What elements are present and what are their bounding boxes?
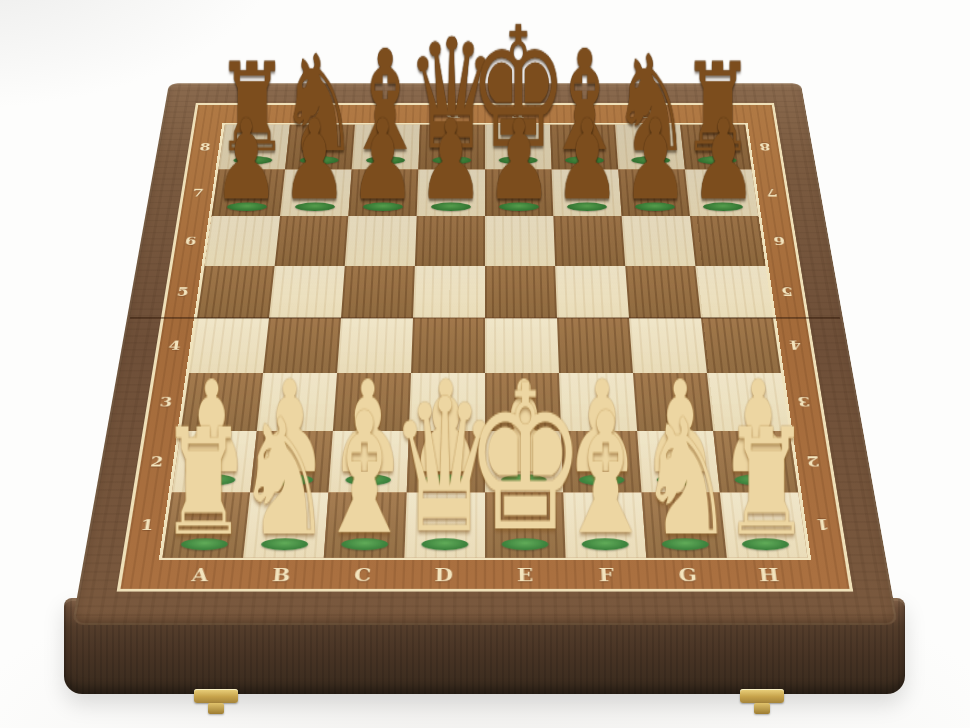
- square-e7[interactable]: ♟: [485, 169, 553, 216]
- square-a6[interactable]: [205, 216, 280, 265]
- piece-white-rook[interactable]: ♜: [722, 416, 810, 552]
- square-d6[interactable]: [415, 216, 485, 265]
- square-g7[interactable]: ♟: [618, 169, 690, 216]
- chess-box-photo: ABCDEFGH ABCDEFGH 87654321 87654321 ♜♞♝♛…: [0, 0, 970, 728]
- file-label-top-f: F: [549, 105, 615, 123]
- square-h7[interactable]: ♟: [685, 169, 758, 216]
- square-c7[interactable]: ♟: [348, 169, 418, 216]
- square-c6[interactable]: [345, 216, 417, 265]
- square-e1[interactable]: ♚: [485, 493, 566, 558]
- piece-black-pawn[interactable]: ♟: [554, 110, 620, 212]
- brass-latch-left: [194, 689, 238, 703]
- file-label-top-d: D: [420, 105, 485, 123]
- square-f7[interactable]: ♟: [552, 169, 622, 216]
- square-f6[interactable]: [553, 216, 625, 265]
- square-d7[interactable]: ♟: [417, 169, 485, 216]
- square-b1[interactable]: ♞: [243, 493, 328, 558]
- piece-white-knight[interactable]: ♞: [638, 404, 734, 552]
- piece-black-pawn[interactable]: ♟: [691, 110, 757, 212]
- file-label-top-a: A: [225, 105, 292, 123]
- brass-latch-right: [740, 689, 784, 703]
- playing-field: ♜♞♝♛♚♝♞♜♟♟♟♟♟♟♟♟♟♟♟♟♟♟♟♟♜♞♝♛♚♝♞♜: [162, 125, 807, 558]
- file-labels-top: ABCDEFGH: [225, 105, 745, 123]
- chessboard: ABCDEFGH ABCDEFGH 87654321 87654321 ♜♞♝♛…: [72, 83, 898, 625]
- square-b7[interactable]: ♟: [280, 169, 352, 216]
- piece-black-pawn[interactable]: ♟: [213, 110, 279, 212]
- square-g6[interactable]: [622, 216, 696, 265]
- board-wrap: ABCDEFGH ABCDEFGH 87654321 87654321 ♜♞♝♛…: [127, 0, 843, 676]
- piece-black-pawn[interactable]: ♟: [350, 110, 416, 212]
- square-e6[interactable]: [485, 216, 555, 265]
- file-label-top-h: H: [678, 105, 745, 123]
- piece-white-rook[interactable]: ♜: [159, 416, 247, 552]
- file-label-top-c: C: [355, 105, 421, 123]
- square-a7[interactable]: ♟: [212, 169, 285, 216]
- piece-black-pawn[interactable]: ♟: [281, 110, 347, 212]
- piece-black-pawn[interactable]: ♟: [622, 110, 688, 212]
- square-b6[interactable]: [275, 216, 349, 265]
- piece-black-pawn[interactable]: ♟: [418, 110, 484, 212]
- piece-black-pawn[interactable]: ♟: [486, 110, 552, 212]
- square-h6[interactable]: [690, 216, 765, 265]
- piece-white-knight[interactable]: ♞: [236, 404, 332, 552]
- file-label-top-e: E: [485, 105, 550, 123]
- file-label-top-b: B: [290, 105, 356, 123]
- piece-white-king[interactable]: ♚: [465, 367, 585, 552]
- file-label-top-g: G: [614, 105, 680, 123]
- square-g1[interactable]: ♞: [642, 493, 727, 558]
